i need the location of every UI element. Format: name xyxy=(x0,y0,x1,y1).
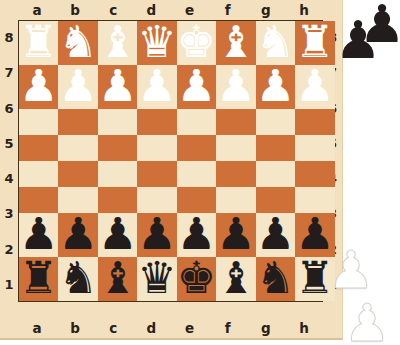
square-e7[interactable]: ♟ xyxy=(177,65,216,109)
file-labels-bottom: abcdefgh xyxy=(18,318,323,338)
square-g7[interactable]: ♟ xyxy=(256,65,295,109)
piece-black-pawn-d2[interactable]: ♟ xyxy=(137,212,176,256)
piece-black-king-e1[interactable]: ♚ xyxy=(177,256,216,300)
piece-white-pawn-d7[interactable]: ♟ xyxy=(137,64,176,108)
square-g8[interactable]: ♞ xyxy=(256,21,295,65)
piece-black-bishop-f1[interactable]: ♝ xyxy=(216,256,255,300)
square-c6[interactable] xyxy=(98,109,137,135)
square-c8[interactable]: ♝ xyxy=(98,21,137,65)
spare-black-pawn-2[interactable]: ♟ xyxy=(340,18,376,62)
square-d4[interactable] xyxy=(137,161,176,187)
file-label-b: b xyxy=(56,318,94,338)
rank-labels-left: 87654321 xyxy=(0,20,18,302)
piece-white-rook-a8[interactable]: ♜ xyxy=(19,20,58,64)
square-e5[interactable] xyxy=(177,135,216,161)
square-d7[interactable]: ♟ xyxy=(137,65,176,109)
piece-white-pawn-g7[interactable]: ♟ xyxy=(256,64,295,108)
square-f5[interactable] xyxy=(216,135,255,161)
square-b5[interactable] xyxy=(58,135,97,161)
spare-white-pawn-2[interactable]: ♟ xyxy=(349,301,385,345)
piece-white-pawn-h7[interactable]: ♟ xyxy=(295,64,334,108)
rank-label-2: 2 xyxy=(0,232,18,267)
square-c1[interactable]: ♝ xyxy=(98,257,137,301)
square-b2[interactable]: ♟ xyxy=(58,213,97,257)
square-a8[interactable]: ♜ xyxy=(19,21,58,65)
demo-chess-board: abcdefgh 87654321 87654321 abcdefgh ♜♞♝♛… xyxy=(0,0,400,345)
rank-label-4: 4 xyxy=(0,161,18,196)
square-d5[interactable] xyxy=(137,135,176,161)
square-f2[interactable]: ♟ xyxy=(216,213,255,257)
piece-white-knight-b8[interactable]: ♞ xyxy=(58,20,97,64)
piece-white-knight-g8[interactable]: ♞ xyxy=(256,20,295,64)
square-b4[interactable] xyxy=(58,161,97,187)
piece-black-queen-d1[interactable]: ♛ xyxy=(137,256,176,300)
square-c4[interactable] xyxy=(98,161,137,187)
square-a1[interactable]: ♜ xyxy=(19,257,58,301)
piece-white-pawn-a7[interactable]: ♟ xyxy=(19,64,58,108)
square-g5[interactable] xyxy=(256,135,295,161)
square-f1[interactable]: ♝ xyxy=(216,257,255,301)
square-e2[interactable]: ♟ xyxy=(177,213,216,257)
piece-black-pawn-g2[interactable]: ♟ xyxy=(256,212,295,256)
square-d2[interactable]: ♟ xyxy=(137,213,176,257)
square-c2[interactable]: ♟ xyxy=(98,213,137,257)
square-h4[interactable] xyxy=(295,161,334,187)
square-a6[interactable] xyxy=(19,109,58,135)
square-b6[interactable] xyxy=(58,109,97,135)
file-label-c: c xyxy=(94,318,132,338)
piece-black-rook-a1[interactable]: ♜ xyxy=(19,256,58,300)
square-a5[interactable] xyxy=(19,135,58,161)
piece-white-bishop-f8[interactable]: ♝ xyxy=(216,20,255,64)
piece-black-pawn-f2[interactable]: ♟ xyxy=(216,212,255,256)
piece-black-bishop-c1[interactable]: ♝ xyxy=(98,256,137,300)
square-b1[interactable]: ♞ xyxy=(58,257,97,301)
piece-black-knight-g1[interactable]: ♞ xyxy=(256,256,295,300)
square-h5[interactable] xyxy=(295,135,334,161)
piece-white-pawn-f7[interactable]: ♟ xyxy=(216,64,255,108)
square-d8[interactable]: ♛ xyxy=(137,21,176,65)
square-e6[interactable] xyxy=(177,109,216,135)
square-d1[interactable]: ♛ xyxy=(137,257,176,301)
piece-black-pawn-e2[interactable]: ♟ xyxy=(177,212,216,256)
file-label-d: d xyxy=(132,318,170,338)
piece-white-pawn-c7[interactable]: ♟ xyxy=(98,64,137,108)
square-b7[interactable]: ♟ xyxy=(58,65,97,109)
piece-white-queen-d8[interactable]: ♛ xyxy=(137,20,176,64)
square-h8[interactable]: ♜ xyxy=(295,21,334,65)
file-label-f: f xyxy=(209,318,247,338)
square-g2[interactable]: ♟ xyxy=(256,213,295,257)
file-label-g: g xyxy=(247,318,285,338)
file-label-h: h xyxy=(285,318,323,338)
piece-white-pawn-e7[interactable]: ♟ xyxy=(177,64,216,108)
rank-label-8: 8 xyxy=(0,20,18,55)
square-b8[interactable]: ♞ xyxy=(58,21,97,65)
square-g6[interactable] xyxy=(256,109,295,135)
file-label-a: a xyxy=(18,318,56,338)
piece-black-knight-b1[interactable]: ♞ xyxy=(58,256,97,300)
piece-white-bishop-c8[interactable]: ♝ xyxy=(98,20,137,64)
piece-black-pawn-b2[interactable]: ♟ xyxy=(58,212,97,256)
square-g4[interactable] xyxy=(256,161,295,187)
square-f7[interactable]: ♟ xyxy=(216,65,255,109)
piece-white-pawn-b7[interactable]: ♟ xyxy=(58,64,97,108)
rank-label-5: 5 xyxy=(0,126,18,161)
spare-white-pawn-1[interactable]: ♟ xyxy=(333,248,369,292)
square-e1[interactable]: ♚ xyxy=(177,257,216,301)
square-g1[interactable]: ♞ xyxy=(256,257,295,301)
rank-label-6: 6 xyxy=(0,91,18,126)
square-f8[interactable]: ♝ xyxy=(216,21,255,65)
square-f4[interactable] xyxy=(216,161,255,187)
chess-board-grid: ♜♞♝♛♚♝♞♜♟♟♟♟♟♟♟♟♟♟♟♟♟♟♟♟♜♞♝♛♚♝♞♜ xyxy=(18,20,323,302)
square-a4[interactable] xyxy=(19,161,58,187)
piece-black-pawn-c2[interactable]: ♟ xyxy=(98,212,137,256)
rank-label-1: 1 xyxy=(0,267,18,302)
square-c5[interactable] xyxy=(98,135,137,161)
square-e8[interactable]: ♚ xyxy=(177,21,216,65)
square-a7[interactable]: ♟ xyxy=(19,65,58,109)
piece-white-rook-h8[interactable]: ♜ xyxy=(295,20,334,64)
rank-label-7: 7 xyxy=(0,55,18,90)
square-c7[interactable]: ♟ xyxy=(98,65,137,109)
file-label-e: e xyxy=(171,318,209,338)
square-h7[interactable]: ♟ xyxy=(295,65,334,109)
rank-label-3: 3 xyxy=(0,196,18,231)
square-a2[interactable]: ♟ xyxy=(19,213,58,257)
square-h6[interactable] xyxy=(295,109,334,135)
board-frame: abcdefgh 87654321 87654321 abcdefgh ♜♞♝♛… xyxy=(0,0,343,340)
square-d6[interactable] xyxy=(137,109,176,135)
square-e4[interactable] xyxy=(177,161,216,187)
square-f6[interactable] xyxy=(216,109,255,135)
piece-white-king-e8[interactable]: ♚ xyxy=(177,20,216,64)
piece-black-pawn-a2[interactable]: ♟ xyxy=(19,212,58,256)
